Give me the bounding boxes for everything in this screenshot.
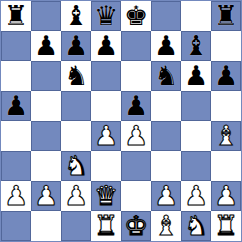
white-king[interactable]: ♚ <box>124 211 148 241</box>
square-e6[interactable] <box>121 61 151 91</box>
square-a8[interactable]: ♜ <box>1 1 31 31</box>
square-a3[interactable] <box>1 151 31 181</box>
square-c4[interactable] <box>61 121 91 151</box>
white-rook[interactable]: ♜ <box>94 211 118 241</box>
square-d7[interactable]: ♟ <box>91 31 121 61</box>
square-a2[interactable]: ♟ <box>1 181 31 211</box>
square-h2[interactable]: ♟ <box>211 181 241 211</box>
square-c3[interactable]: ♞ <box>61 151 91 181</box>
square-g7[interactable]: ♝ <box>181 31 211 61</box>
square-b7[interactable]: ♟ <box>31 31 61 61</box>
black-king[interactable]: ♚ <box>124 1 148 31</box>
white-pawn[interactable]: ♟ <box>94 121 118 151</box>
square-f3[interactable] <box>151 151 181 181</box>
square-c6[interactable]: ♞ <box>61 61 91 91</box>
square-g5[interactable] <box>181 91 211 121</box>
square-a5[interactable]: ♟ <box>1 91 31 121</box>
square-b8[interactable] <box>31 1 61 31</box>
square-c5[interactable] <box>61 91 91 121</box>
square-g2[interactable]: ♟ <box>181 181 211 211</box>
white-queen[interactable]: ♛ <box>94 181 118 211</box>
square-a1[interactable] <box>1 211 31 241</box>
square-e4[interactable]: ♟ <box>121 121 151 151</box>
square-f4[interactable] <box>151 121 181 151</box>
square-b4[interactable] <box>31 121 61 151</box>
square-b1[interactable] <box>31 211 61 241</box>
square-e2[interactable] <box>121 181 151 211</box>
square-e1[interactable]: ♚ <box>121 211 151 241</box>
square-e8[interactable]: ♚ <box>121 1 151 31</box>
square-c2[interactable]: ♟ <box>61 181 91 211</box>
white-bishop[interactable]: ♝ <box>154 211 178 241</box>
black-knight[interactable]: ♞ <box>154 61 178 91</box>
white-pawn[interactable]: ♟ <box>4 181 28 211</box>
square-h5[interactable] <box>211 91 241 121</box>
square-e7[interactable] <box>121 31 151 61</box>
black-rook[interactable]: ♜ <box>4 1 28 31</box>
square-h8[interactable]: ♜ <box>211 1 241 31</box>
square-b3[interactable] <box>31 151 61 181</box>
square-f5[interactable] <box>151 91 181 121</box>
square-a7[interactable] <box>1 31 31 61</box>
black-rook[interactable]: ♜ <box>214 1 238 31</box>
white-knight[interactable]: ♞ <box>64 151 88 181</box>
black-bishop[interactable]: ♝ <box>64 1 88 31</box>
white-bishop[interactable]: ♝ <box>214 121 238 151</box>
white-rook[interactable]: ♜ <box>214 211 238 241</box>
white-pawn[interactable]: ♟ <box>184 181 208 211</box>
black-pawn[interactable]: ♟ <box>34 31 58 61</box>
square-c7[interactable]: ♟ <box>61 31 91 61</box>
square-f2[interactable]: ♟ <box>151 181 181 211</box>
square-c1[interactable] <box>61 211 91 241</box>
square-g1[interactable]: ♞ <box>181 211 211 241</box>
white-pawn[interactable]: ♟ <box>214 181 238 211</box>
square-h3[interactable] <box>211 151 241 181</box>
black-bishop[interactable]: ♝ <box>184 31 208 61</box>
square-d4[interactable]: ♟ <box>91 121 121 151</box>
square-d6[interactable] <box>91 61 121 91</box>
square-g3[interactable] <box>181 151 211 181</box>
square-g6[interactable]: ♟ <box>181 61 211 91</box>
chess-board: ♜♝♛♚♜♟♟♟♟♝♞♞♟♟♟♟♟♟♝♞♟♟♟♛♟♟♟♜♚♝♞♜ <box>0 0 242 242</box>
black-pawn[interactable]: ♟ <box>4 91 28 121</box>
square-b6[interactable] <box>31 61 61 91</box>
square-c8[interactable]: ♝ <box>61 1 91 31</box>
square-f6[interactable]: ♞ <box>151 61 181 91</box>
square-e5[interactable]: ♟ <box>121 91 151 121</box>
black-knight[interactable]: ♞ <box>64 61 88 91</box>
white-pawn[interactable]: ♟ <box>124 121 148 151</box>
square-d2[interactable]: ♛ <box>91 181 121 211</box>
square-b2[interactable]: ♟ <box>31 181 61 211</box>
square-b5[interactable] <box>31 91 61 121</box>
square-h6[interactable]: ♟ <box>211 61 241 91</box>
square-d1[interactable]: ♜ <box>91 211 121 241</box>
square-f7[interactable]: ♟ <box>151 31 181 61</box>
square-h4[interactable]: ♝ <box>211 121 241 151</box>
white-pawn[interactable]: ♟ <box>64 181 88 211</box>
black-pawn[interactable]: ♟ <box>64 31 88 61</box>
square-f1[interactable]: ♝ <box>151 211 181 241</box>
black-pawn[interactable]: ♟ <box>124 91 148 121</box>
square-a6[interactable] <box>1 61 31 91</box>
square-d5[interactable] <box>91 91 121 121</box>
black-queen[interactable]: ♛ <box>94 1 118 31</box>
black-pawn[interactable]: ♟ <box>214 61 238 91</box>
black-pawn[interactable]: ♟ <box>94 31 118 61</box>
square-g8[interactable] <box>181 1 211 31</box>
square-e3[interactable] <box>121 151 151 181</box>
square-d3[interactable] <box>91 151 121 181</box>
square-h1[interactable]: ♜ <box>211 211 241 241</box>
black-pawn[interactable]: ♟ <box>154 31 178 61</box>
square-d8[interactable]: ♛ <box>91 1 121 31</box>
square-a4[interactable] <box>1 121 31 151</box>
square-h7[interactable] <box>211 31 241 61</box>
square-f8[interactable] <box>151 1 181 31</box>
white-knight[interactable]: ♞ <box>184 211 208 241</box>
white-pawn[interactable]: ♟ <box>154 181 178 211</box>
white-pawn[interactable]: ♟ <box>34 181 58 211</box>
square-g4[interactable] <box>181 121 211 151</box>
black-pawn[interactable]: ♟ <box>184 61 208 91</box>
